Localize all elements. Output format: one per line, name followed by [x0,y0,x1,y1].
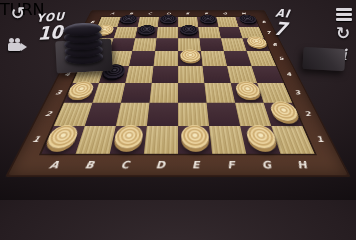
file-labels-bottom: ABCDEFGH [31,154,325,177]
square-D2[interactable] [147,103,178,126]
square-D6[interactable] [155,38,178,51]
square-E2[interactable] [178,103,209,126]
square-C3[interactable] [121,83,152,103]
coord-label-D: D [141,154,178,177]
menu-icon[interactable] [336,8,352,23]
square-D7[interactable] [157,27,178,38]
you-score: YOU 10 [35,10,65,44]
ai-score-value: 7 [271,18,289,40]
refresh-icon[interactable]: ↻ [336,25,350,42]
square-F4[interactable] [203,66,231,83]
square-E4[interactable] [178,66,204,83]
piece-dark-E7[interactable] [180,25,198,34]
coord-label-B: B [68,154,110,177]
coord-label-C: C [105,154,144,177]
camera-body [8,43,21,51]
restart-icon[interactable]: ↺ [11,5,25,22]
square-B6[interactable] [109,38,135,51]
square-F6[interactable] [199,38,223,51]
square-D1[interactable] [144,126,178,154]
square-B3[interactable] [92,83,125,103]
camera-lens [21,43,27,51]
square-D4[interactable] [152,66,178,83]
square-C6[interactable] [132,38,156,51]
coord-label-E: E [178,154,215,177]
you-captured-pedestal [55,39,113,74]
camera-icon[interactable] [8,38,28,52]
coord-label-F: F [212,154,251,177]
square-E3[interactable] [178,83,207,103]
square-B7[interactable] [114,27,138,38]
ai-captured-pedestal [302,47,345,71]
square-C4[interactable] [125,66,153,83]
square-D3[interactable] [149,83,178,103]
square-F7[interactable] [198,27,221,38]
square-C2[interactable] [116,103,150,126]
